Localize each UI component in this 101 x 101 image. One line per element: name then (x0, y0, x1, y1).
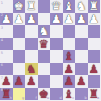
black-pawn: ♟ (88, 63, 101, 76)
square-a3[interactable] (88, 25, 101, 38)
square-g7[interactable]: ♟ (13, 75, 26, 88)
square-a1[interactable]: ♜ (88, 0, 101, 13)
black-rook: ♜ (88, 88, 101, 101)
file-label-g: g (22, 96, 24, 100)
square-g1[interactable]: ♚ (13, 0, 26, 13)
square-c8[interactable]: ♝c (63, 88, 76, 101)
rank-label-5: 5 (1, 51, 3, 55)
square-h8[interactable]: ♜8h (0, 88, 13, 101)
square-a5[interactable] (88, 50, 101, 63)
rank-label-1: 1 (1, 1, 3, 5)
white-pawn: ♟ (0, 13, 13, 26)
white-pawn: ♟ (88, 13, 101, 26)
black-pawn: ♟ (13, 75, 26, 88)
file-label-d: d (59, 96, 61, 100)
black-bishop: ♝ (63, 88, 76, 101)
square-a7[interactable] (88, 75, 101, 88)
square-f3[interactable] (25, 25, 38, 38)
square-g8[interactable]: g (13, 88, 26, 101)
square-d6[interactable] (50, 63, 63, 76)
square-d1[interactable]: ♛ (50, 0, 63, 13)
square-e8[interactable]: ♚e (38, 88, 51, 101)
square-b3[interactable] (75, 25, 88, 38)
white-rook: ♜ (25, 0, 38, 13)
white-knight: ♞ (38, 25, 51, 38)
square-a8[interactable]: ♜a (88, 88, 101, 101)
square-h3[interactable]: 3 (0, 25, 13, 38)
square-d5[interactable] (50, 50, 63, 63)
rank-label-3: 3 (1, 26, 3, 30)
square-c5[interactable]: ♝ (63, 50, 76, 63)
square-c1[interactable]: ♝ (63, 0, 76, 13)
square-g4[interactable] (13, 38, 26, 51)
square-f2[interactable]: ♟ (25, 13, 38, 26)
white-rook: ♜ (88, 0, 101, 13)
square-a6[interactable]: ♟ (88, 63, 101, 76)
square-d3[interactable] (50, 25, 63, 38)
square-h7[interactable]: ♟7 (0, 75, 13, 88)
square-d2[interactable]: ♟ (50, 13, 63, 26)
white-king: ♚ (13, 0, 26, 13)
square-f7[interactable]: ♟ (25, 75, 38, 88)
square-a2[interactable]: ♟ (88, 13, 101, 26)
square-b5[interactable] (75, 50, 88, 63)
square-e3[interactable]: ♞ (38, 25, 51, 38)
square-f1[interactable]: ♜ (25, 0, 38, 13)
white-pawn: ♟ (75, 13, 88, 26)
square-d8[interactable]: d (50, 88, 63, 101)
white-pawn: ♟ (25, 13, 38, 26)
square-f5[interactable] (25, 50, 38, 63)
square-h1[interactable]: 1 (0, 0, 13, 13)
white-pawn: ♟ (13, 13, 26, 26)
square-a4[interactable] (88, 38, 101, 51)
white-bishop: ♝ (63, 0, 76, 13)
black-bishop: ♝ (63, 50, 76, 63)
square-c3[interactable] (63, 25, 76, 38)
black-pawn: ♟ (75, 75, 88, 88)
square-e7[interactable] (38, 75, 51, 88)
square-e1[interactable] (38, 0, 51, 13)
file-label-b: b (84, 96, 86, 100)
square-b2[interactable]: ♟ (75, 13, 88, 26)
square-h5[interactable]: 5 (0, 50, 13, 63)
square-f4[interactable] (25, 38, 38, 51)
black-king: ♚ (38, 88, 51, 101)
square-d4[interactable] (50, 38, 63, 51)
square-d7[interactable] (50, 75, 63, 88)
square-g3[interactable] (13, 25, 26, 38)
black-pawn: ♟ (0, 75, 13, 88)
square-h2[interactable]: ♟2 (0, 13, 13, 26)
white-knight: ♞ (75, 0, 88, 13)
square-b7[interactable]: ♟ (75, 75, 88, 88)
chess-board: 1♚♜♛♝♞♜♟2♟♟♟♟♟♟3♞4♛5♝6♞♟♟♟7♟♟♟♟♜8hgf♚ed♝… (0, 0, 100, 100)
black-pawn: ♟ (63, 75, 76, 88)
rank-label-4: 4 (1, 38, 3, 42)
black-queen: ♛ (38, 38, 51, 51)
rank-label-6: 6 (1, 63, 3, 67)
square-h4[interactable]: 4 (0, 38, 13, 51)
square-b4[interactable] (75, 38, 88, 51)
square-b8[interactable]: b (75, 88, 88, 101)
square-c2[interactable]: ♟ (63, 13, 76, 26)
square-e6[interactable] (38, 63, 51, 76)
square-c7[interactable]: ♟ (63, 75, 76, 88)
white-pawn: ♟ (63, 13, 76, 26)
white-pawn: ♟ (50, 13, 63, 26)
black-pawn: ♟ (25, 75, 38, 88)
white-queen: ♛ (50, 0, 63, 13)
square-b1[interactable]: ♞ (75, 0, 88, 13)
square-g5[interactable] (13, 50, 26, 63)
square-e4[interactable]: ♛ (38, 38, 51, 51)
square-g2[interactable]: ♟ (13, 13, 26, 26)
black-rook: ♜ (0, 88, 13, 101)
square-e5[interactable] (38, 50, 51, 63)
square-f8[interactable]: f (25, 88, 38, 101)
